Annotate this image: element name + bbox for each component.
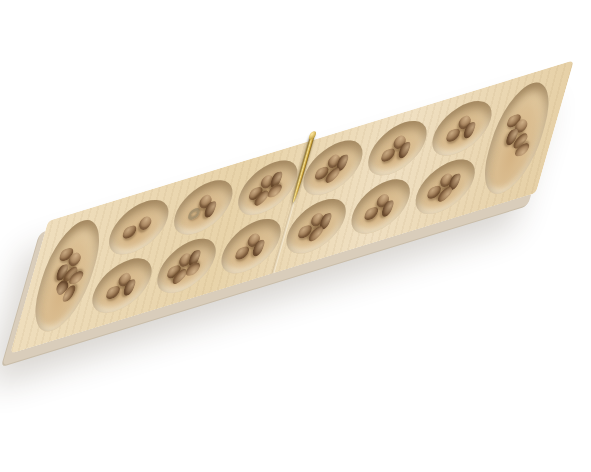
pit-bottom-5[interactable] — [345, 172, 417, 241]
pit-top-1[interactable] — [103, 193, 175, 262]
pit-top-2[interactable] — [167, 173, 239, 242]
pit-bottom-2[interactable] — [151, 231, 223, 300]
pit-top-3[interactable] — [232, 153, 304, 222]
pit-top-5[interactable] — [362, 114, 434, 183]
pit-bottom-6[interactable] — [409, 152, 481, 221]
store-left — [25, 213, 110, 339]
store-right — [474, 75, 559, 201]
ring-counter — [187, 206, 202, 221]
stone — [137, 213, 153, 233]
photo-canvas — [0, 0, 591, 472]
stone — [121, 223, 138, 240]
pit-bottom-3[interactable] — [215, 212, 287, 281]
mancala-board — [10, 60, 574, 354]
stone — [105, 284, 122, 301]
pit-bottom-1[interactable] — [86, 251, 158, 320]
